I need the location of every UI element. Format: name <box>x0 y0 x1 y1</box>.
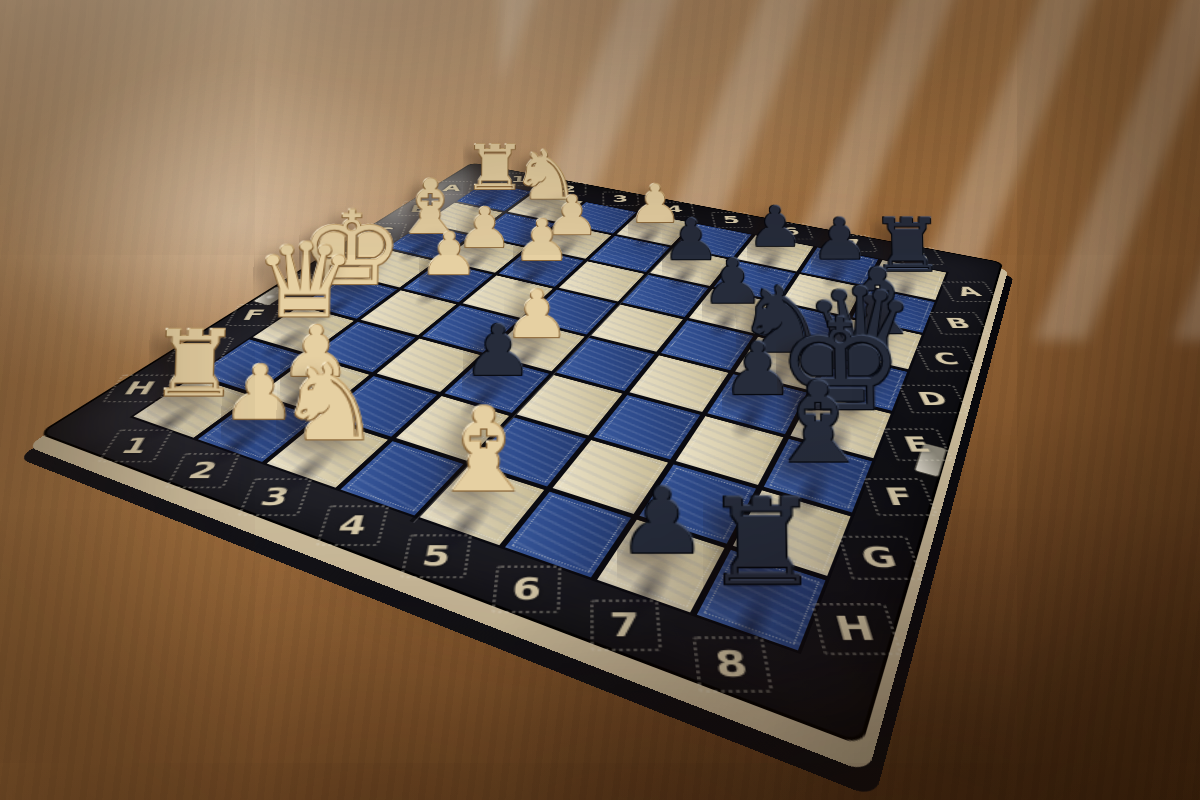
rank-label-left-6: 6 <box>491 566 562 614</box>
scene: ♜♞♟♟♝♟♟♟♚♟♛♟♜♟♞♝♜♟♟♟♝♟♛♞♚♟♝♟♜♟ HGFEDCBAH… <box>0 0 1200 800</box>
rank-label-left-4: 4 <box>315 505 390 546</box>
black-bishop-glyph: ♝ <box>762 367 875 478</box>
black-pawn-glyph: ♟ <box>617 477 708 568</box>
white-pawn-glyph: ♟ <box>513 212 571 269</box>
white-pawn-glyph: ♟ <box>419 225 479 284</box>
white-knight-glyph: ♞ <box>275 351 383 456</box>
photo-page: ♜♞♟♟♝♟♟♟♚♟♛♟♜♟♞♝♜♟♟♟♝♟♛♞♚♟♝♟♜♟ HGFEDCBAH… <box>0 0 1200 800</box>
chessboard: ♜♞♟♟♝♟♟♟♚♟♛♟♜♟♞♝♜♟♟♟♝♟♛♞♚♟♝♟♜♟ HGFEDCBAH… <box>38 163 1004 747</box>
black-rook-glyph: ♜ <box>702 483 821 602</box>
white-bishop-glyph: ♝ <box>425 392 542 508</box>
black-pawn-glyph: ♟ <box>462 316 533 386</box>
